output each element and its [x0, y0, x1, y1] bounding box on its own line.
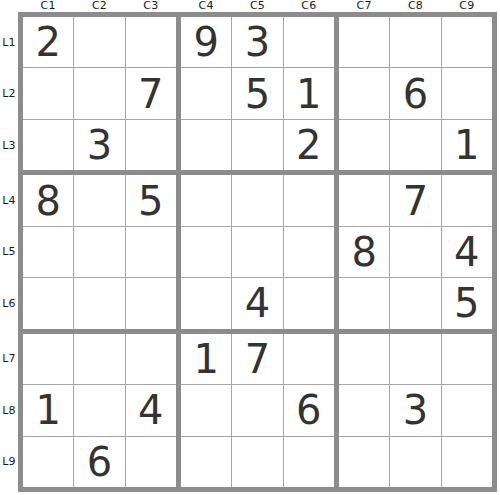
row-label-L2: L2	[0, 68, 18, 118]
column-label-group-1: C1C2C3	[23, 0, 176, 12]
cell-L4C1[interactable]: 8	[23, 175, 73, 225]
cell-L3C2[interactable]: 3	[74, 120, 124, 170]
cell-L2C4[interactable]	[181, 68, 231, 118]
cell-L1C3[interactable]	[126, 17, 176, 67]
cell-L7C2[interactable]	[74, 334, 124, 384]
cell-L6C6[interactable]	[284, 278, 334, 328]
cell-L9C1[interactable]	[23, 437, 73, 487]
cell-L6C3[interactable]	[126, 278, 176, 328]
cell-L4C2[interactable]	[74, 175, 124, 225]
cell-L7C5[interactable]: 7	[232, 334, 282, 384]
box-2-1: 85	[23, 175, 176, 328]
row-label-L5: L5	[0, 227, 18, 277]
box-1-2: 93512	[181, 17, 334, 170]
cell-L1C2[interactable]	[74, 17, 124, 67]
row-labels: L1L2L3L4L5L6L7L8L9	[0, 12, 18, 492]
sudoku-puzzle: C1C2C3C4C5C6C7C8C9 L1L2L3L4L5L6L7L8L9 27…	[0, 0, 500, 495]
cell-L4C9[interactable]	[442, 175, 492, 225]
cell-L5C3[interactable]	[126, 227, 176, 277]
col-label-C1: C1	[23, 0, 73, 12]
cell-L1C1[interactable]: 2	[23, 17, 73, 67]
cell-L3C4[interactable]	[181, 120, 231, 170]
col-label-C9: C9	[442, 0, 492, 12]
col-label-C3: C3	[126, 0, 176, 12]
cell-L2C5[interactable]: 5	[232, 68, 282, 118]
row-label-L6: L6	[0, 278, 18, 328]
col-label-C8: C8	[390, 0, 440, 12]
cell-L4C5[interactable]	[232, 175, 282, 225]
column-labels: C1C2C3C4C5C6C7C8C9	[18, 0, 497, 12]
cell-L2C7[interactable]	[339, 68, 389, 118]
row-label-L1: L1	[0, 17, 18, 67]
cell-L5C5[interactable]	[232, 227, 282, 277]
cell-L9C5[interactable]	[232, 437, 282, 487]
cell-L9C2[interactable]: 6	[74, 437, 124, 487]
cell-L8C2[interactable]	[74, 385, 124, 435]
cell-L5C9[interactable]: 4	[442, 227, 492, 277]
box-1-1: 273	[23, 17, 176, 170]
cell-L6C2[interactable]	[74, 278, 124, 328]
cell-L1C6[interactable]	[284, 17, 334, 67]
row-label-L4: L4	[0, 175, 18, 225]
cell-L7C9[interactable]	[442, 334, 492, 384]
cell-L6C4[interactable]	[181, 278, 231, 328]
cell-L5C6[interactable]	[284, 227, 334, 277]
cell-L5C1[interactable]	[23, 227, 73, 277]
row-label-group-2: L4L5L6	[0, 175, 18, 328]
box-3-1: 146	[23, 334, 176, 487]
cell-L5C7[interactable]: 8	[339, 227, 389, 277]
cell-L2C1[interactable]	[23, 68, 73, 118]
cell-L1C5[interactable]: 3	[232, 17, 282, 67]
cell-L8C7[interactable]	[339, 385, 389, 435]
col-label-C6: C6	[284, 0, 334, 12]
cell-L4C4[interactable]	[181, 175, 231, 225]
box-2-3: 7845	[339, 175, 492, 328]
cell-L3C1[interactable]	[23, 120, 73, 170]
cell-L3C7[interactable]	[339, 120, 389, 170]
cell-L7C7[interactable]	[339, 334, 389, 384]
cell-L6C7[interactable]	[339, 278, 389, 328]
col-label-C5: C5	[232, 0, 282, 12]
col-label-C2: C2	[74, 0, 124, 12]
col-label-C4: C4	[181, 0, 231, 12]
cell-L8C6[interactable]: 6	[284, 385, 334, 435]
cell-L7C3[interactable]	[126, 334, 176, 384]
cell-L9C6[interactable]	[284, 437, 334, 487]
cell-L6C5[interactable]: 4	[232, 278, 282, 328]
cell-L2C6[interactable]: 1	[284, 68, 334, 118]
row-label-group-3: L7L8L9	[0, 334, 18, 487]
cell-L7C4[interactable]: 1	[181, 334, 231, 384]
row-label-L8: L8	[0, 385, 18, 435]
cell-L6C1[interactable]	[23, 278, 73, 328]
cell-L9C8[interactable]	[390, 437, 440, 487]
cell-L8C1[interactable]: 1	[23, 385, 73, 435]
box-2-2: 4	[181, 175, 334, 328]
box-1-3: 61	[339, 17, 492, 170]
cell-L1C8[interactable]	[390, 17, 440, 67]
cell-L5C2[interactable]	[74, 227, 124, 277]
cell-L8C4[interactable]	[181, 385, 231, 435]
cell-L4C6[interactable]	[284, 175, 334, 225]
cell-L1C9[interactable]	[442, 17, 492, 67]
cell-L5C8[interactable]	[390, 227, 440, 277]
cell-L4C3[interactable]: 5	[126, 175, 176, 225]
cell-L3C8[interactable]	[390, 120, 440, 170]
cell-L8C5[interactable]	[232, 385, 282, 435]
cell-L1C4[interactable]: 9	[181, 17, 231, 67]
row-label-L7: L7	[0, 334, 18, 384]
box-3-3: 3	[339, 334, 492, 487]
row-label-L9: L9	[0, 437, 18, 487]
cell-L2C3[interactable]: 7	[126, 68, 176, 118]
cell-L2C8[interactable]: 6	[390, 68, 440, 118]
cell-L1C7[interactable]	[339, 17, 389, 67]
cell-L7C1[interactable]	[23, 334, 73, 384]
cell-L3C5[interactable]	[232, 120, 282, 170]
row-label-L3: L3	[0, 120, 18, 170]
cell-L6C8[interactable]	[390, 278, 440, 328]
col-label-C7: C7	[339, 0, 389, 12]
row-label-group-1: L1L2L3	[0, 17, 18, 170]
cell-L5C4[interactable]	[181, 227, 231, 277]
column-label-group-2: C4C5C6	[181, 0, 334, 12]
cell-L7C8[interactable]	[390, 334, 440, 384]
cell-L8C9[interactable]	[442, 385, 492, 435]
cell-L3C9[interactable]: 1	[442, 120, 492, 170]
cell-L8C8[interactable]: 3	[390, 385, 440, 435]
box-3-2: 176	[181, 334, 334, 487]
sudoku-grid: 273935126185478451461763	[18, 12, 497, 492]
cell-L9C9[interactable]	[442, 437, 492, 487]
cell-L7C6[interactable]	[284, 334, 334, 384]
cell-L2C9[interactable]	[442, 68, 492, 118]
cell-L4C8[interactable]: 7	[390, 175, 440, 225]
cell-L2C2[interactable]	[74, 68, 124, 118]
cell-L9C7[interactable]	[339, 437, 389, 487]
cell-L9C4[interactable]	[181, 437, 231, 487]
cell-L3C6[interactable]: 2	[284, 120, 334, 170]
cell-L9C3[interactable]	[126, 437, 176, 487]
cell-L6C9[interactable]: 5	[442, 278, 492, 328]
cell-L3C3[interactable]	[126, 120, 176, 170]
column-label-group-3: C7C8C9	[339, 0, 492, 12]
cell-L4C7[interactable]	[339, 175, 389, 225]
cell-L8C3[interactable]: 4	[126, 385, 176, 435]
